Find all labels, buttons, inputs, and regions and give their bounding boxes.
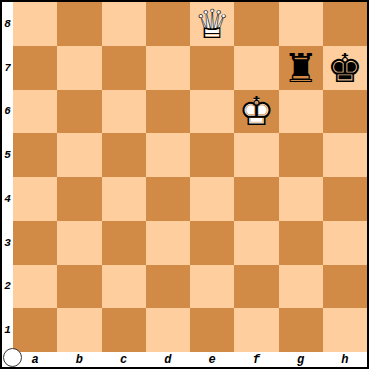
white-queen-icon: ♕: [194, 4, 230, 44]
square-a4[interactable]: [13, 177, 57, 221]
square-b7[interactable]: [57, 46, 101, 90]
piece-black-rook[interactable]: ♜: [279, 46, 323, 90]
square-d5[interactable]: [146, 133, 190, 177]
square-g6[interactable]: [279, 90, 323, 134]
square-e8[interactable]: ♛♕: [190, 2, 234, 46]
square-c4[interactable]: [102, 177, 146, 221]
square-d4[interactable]: [146, 177, 190, 221]
square-b8[interactable]: [57, 2, 101, 46]
square-c8[interactable]: [102, 2, 146, 46]
square-c5[interactable]: [102, 133, 146, 177]
square-a7[interactable]: [13, 46, 57, 90]
file-label: f: [234, 352, 278, 367]
square-a1[interactable]: [13, 308, 57, 352]
square-f3[interactable]: [234, 221, 278, 265]
square-g5[interactable]: [279, 133, 323, 177]
square-h5[interactable]: [323, 133, 367, 177]
square-e5[interactable]: [190, 133, 234, 177]
square-c2[interactable]: [102, 265, 146, 309]
square-f6[interactable]: ♚♔: [234, 90, 278, 134]
square-g8[interactable]: [279, 2, 323, 46]
square-d2[interactable]: [146, 265, 190, 309]
square-b3[interactable]: [57, 221, 101, 265]
square-f2[interactable]: [234, 265, 278, 309]
square-b2[interactable]: [57, 265, 101, 309]
piece-white-queen[interactable]: ♛♕: [190, 2, 234, 46]
white-to-move-indicator: [3, 348, 22, 367]
chess-diagram: 8 7 6 5 4 3 2 1 ♛♕♜♚♚♔ a b c d e f g h: [0, 0, 369, 369]
square-a6[interactable]: [13, 90, 57, 134]
black-king-icon: ♚: [327, 48, 363, 88]
rank-labels: 8 7 6 5 4 3 2 1: [2, 2, 13, 352]
file-label: b: [57, 352, 101, 367]
square-f5[interactable]: [234, 133, 278, 177]
square-d3[interactable]: [146, 221, 190, 265]
square-a5[interactable]: [13, 133, 57, 177]
square-a8[interactable]: [13, 2, 57, 46]
square-g4[interactable]: [279, 177, 323, 221]
square-e1[interactable]: [190, 308, 234, 352]
square-f4[interactable]: [234, 177, 278, 221]
square-c7[interactable]: [102, 46, 146, 90]
rank-label: 8: [2, 2, 13, 46]
rank-label: 7: [2, 46, 13, 90]
square-f1[interactable]: [234, 308, 278, 352]
square-g2[interactable]: [279, 265, 323, 309]
square-e2[interactable]: [190, 265, 234, 309]
square-h2[interactable]: [323, 265, 367, 309]
square-h4[interactable]: [323, 177, 367, 221]
file-label: g: [279, 352, 323, 367]
square-d1[interactable]: [146, 308, 190, 352]
square-b5[interactable]: [57, 133, 101, 177]
square-b4[interactable]: [57, 177, 101, 221]
square-g3[interactable]: [279, 221, 323, 265]
piece-black-king[interactable]: ♚: [323, 46, 367, 90]
square-h1[interactable]: [323, 308, 367, 352]
rank-label: 1: [2, 308, 13, 352]
square-h6[interactable]: [323, 90, 367, 134]
white-king-icon: ♔: [238, 91, 274, 131]
rank-label: 2: [2, 265, 13, 309]
square-e4[interactable]: [190, 177, 234, 221]
square-e6[interactable]: [190, 90, 234, 134]
square-h8[interactable]: [323, 2, 367, 46]
square-a2[interactable]: [13, 265, 57, 309]
file-labels: a b c d e f g h: [13, 352, 367, 367]
rank-label: 4: [2, 177, 13, 221]
square-g7[interactable]: ♜: [279, 46, 323, 90]
square-b6[interactable]: [57, 90, 101, 134]
square-e3[interactable]: [190, 221, 234, 265]
square-f8[interactable]: [234, 2, 278, 46]
square-h3[interactable]: [323, 221, 367, 265]
square-h7[interactable]: ♚: [323, 46, 367, 90]
file-label: d: [146, 352, 190, 367]
file-label: e: [190, 352, 234, 367]
chess-board[interactable]: ♛♕♜♚♚♔: [13, 2, 367, 352]
file-label: h: [323, 352, 367, 367]
file-label: c: [102, 352, 146, 367]
square-c6[interactable]: [102, 90, 146, 134]
square-g1[interactable]: [279, 308, 323, 352]
square-b1[interactable]: [57, 308, 101, 352]
rank-label: 3: [2, 221, 13, 265]
rank-label: 6: [2, 90, 13, 134]
square-d7[interactable]: [146, 46, 190, 90]
square-a3[interactable]: [13, 221, 57, 265]
square-c1[interactable]: [102, 308, 146, 352]
square-f7[interactable]: [234, 46, 278, 90]
square-e7[interactable]: [190, 46, 234, 90]
rank-label: 5: [2, 133, 13, 177]
square-d6[interactable]: [146, 90, 190, 134]
square-c3[interactable]: [102, 221, 146, 265]
black-rook-icon: ♜: [283, 48, 319, 88]
piece-white-king[interactable]: ♚♔: [234, 90, 278, 134]
square-d8[interactable]: [146, 2, 190, 46]
